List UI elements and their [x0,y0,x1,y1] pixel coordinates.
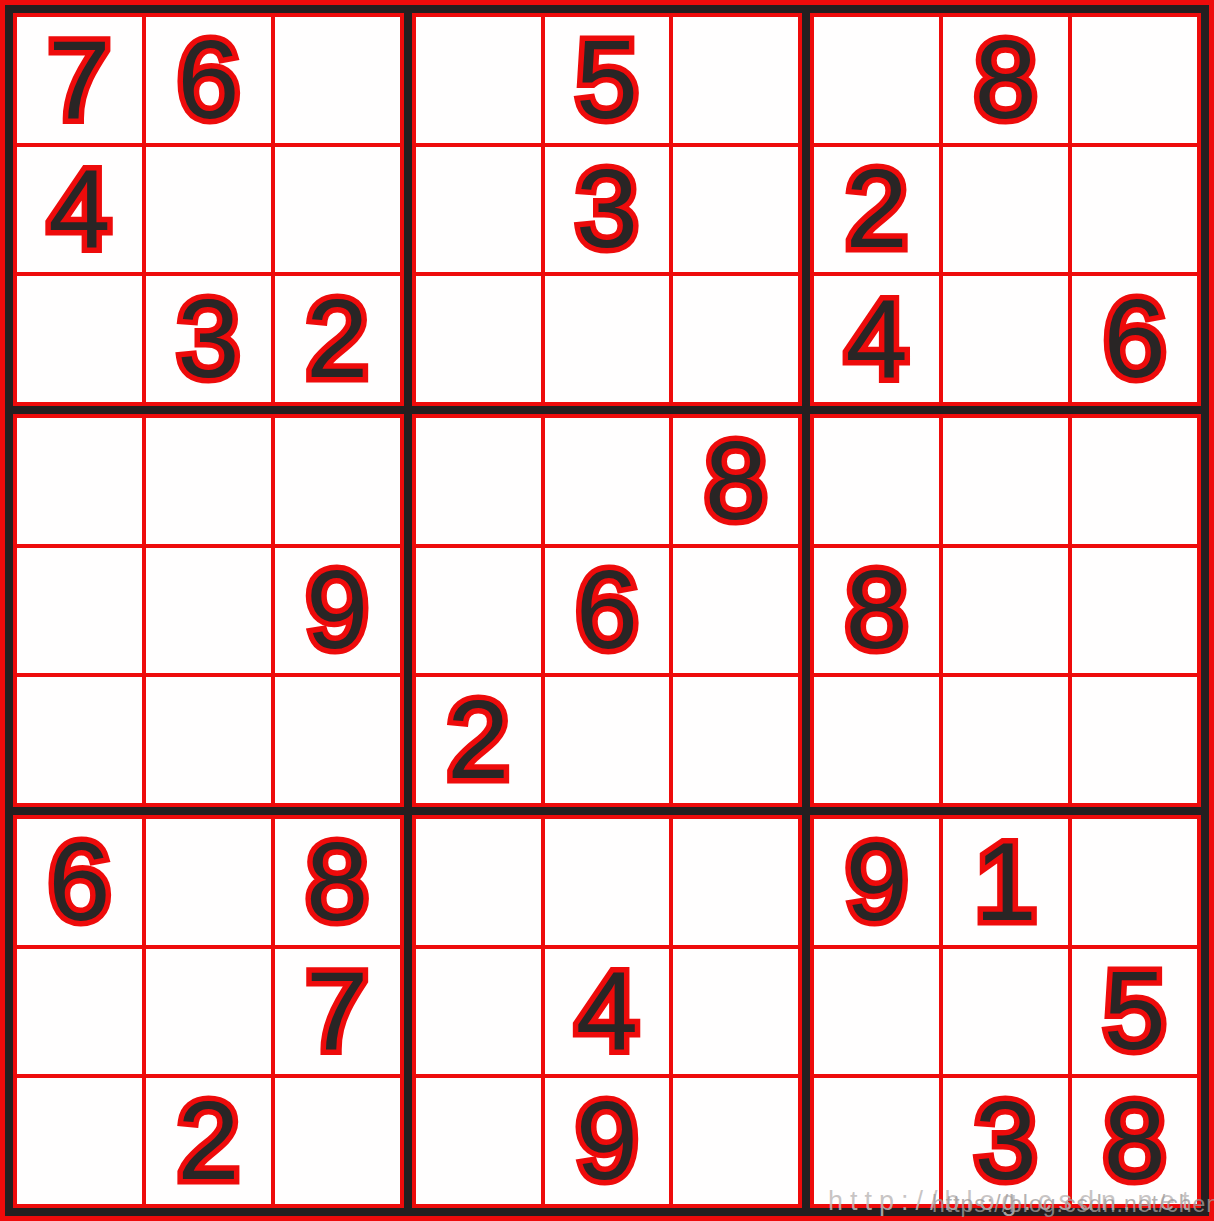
sudoku-cell-r6c1[interactable] [17,677,142,803]
digit: 6 [545,554,670,666]
sudoku-box-8: 4499 [412,815,803,1208]
sudoku-cell-r4c4[interactable] [416,418,541,544]
sudoku-cell-r3c2[interactable]: 33 [146,276,271,402]
sudoku-cell-r4c1[interactable] [17,418,142,544]
digit: 4 [545,955,670,1067]
sudoku-cell-r9c5[interactable]: 99 [545,1078,670,1204]
sudoku-cell-r5c4[interactable] [416,548,541,674]
sudoku-cell-r8c6[interactable] [673,949,798,1075]
sudoku-box-7: 66887722 [13,815,404,1208]
sudoku-cell-r9c6[interactable] [673,1078,798,1204]
sudoku-cell-r9c8[interactable]: 33 [943,1078,1068,1204]
sudoku-cell-r5c2[interactable] [146,548,271,674]
sudoku-cell-r9c9[interactable]: 88 [1072,1078,1197,1204]
digit: 1 [943,826,1068,938]
sudoku-cell-r3c9[interactable]: 66 [1072,276,1197,402]
sudoku-cell-r7c5[interactable] [545,819,670,945]
digit: 3 [146,283,271,395]
sudoku-cell-r1c7[interactable] [814,17,939,143]
sudoku-cell-r4c6[interactable]: 88 [673,418,798,544]
sudoku-cell-r6c4[interactable]: 22 [416,677,541,803]
sudoku-cell-r3c4[interactable] [416,276,541,402]
digit: 8 [814,554,939,666]
sudoku-cell-r4c2[interactable] [146,418,271,544]
sudoku-cell-r3c8[interactable] [943,276,1068,402]
sudoku-cell-r2c7[interactable]: 22 [814,147,939,273]
sudoku-cell-r4c3[interactable] [275,418,400,544]
sudoku-cell-r3c3[interactable]: 22 [275,276,400,402]
sudoku-cell-r2c6[interactable] [673,147,798,273]
sudoku-cell-r1c1[interactable]: 77 [17,17,142,143]
digit: 2 [146,1085,271,1197]
sudoku-box-3: 88224466 [810,13,1201,406]
sudoku-cell-r5c1[interactable] [17,548,142,674]
sudoku-box-2: 5533 [412,13,803,406]
sudoku-cell-r7c7[interactable]: 99 [814,819,939,945]
sudoku-cell-r2c1[interactable]: 44 [17,147,142,273]
digit: 9 [275,554,400,666]
sudoku-cell-r7c3[interactable]: 88 [275,819,400,945]
sudoku-cell-r8c4[interactable] [416,949,541,1075]
sudoku-cell-r8c9[interactable]: 55 [1072,949,1197,1075]
digit: 2 [814,153,939,265]
sudoku-cell-r5c5[interactable]: 66 [545,548,670,674]
sudoku-cell-r9c7[interactable] [814,1078,939,1204]
sudoku-box-4: 99 [13,414,404,807]
sudoku-cell-r6c7[interactable] [814,677,939,803]
sudoku-cell-r1c8[interactable]: 88 [943,17,1068,143]
sudoku-cell-r7c6[interactable] [673,819,798,945]
sudoku-cell-r5c6[interactable] [673,548,798,674]
digit: 6 [1072,283,1197,395]
sudoku-box-6: 88 [810,414,1201,807]
digit: 4 [814,283,939,395]
sudoku-cell-r7c9[interactable] [1072,819,1197,945]
sudoku-cell-r5c9[interactable] [1072,548,1197,674]
sudoku-cell-r3c6[interactable] [673,276,798,402]
sudoku-cell-r9c1[interactable] [17,1078,142,1204]
sudoku-cell-r2c2[interactable] [146,147,271,273]
digit: 8 [943,24,1068,136]
sudoku-cell-r8c5[interactable]: 44 [545,949,670,1075]
sudoku-cell-r6c2[interactable] [146,677,271,803]
sudoku-cell-r2c3[interactable] [275,147,400,273]
sudoku-board: 7766443322553388224466998866228866887722… [0,0,1214,1221]
digit: 6 [146,24,271,136]
digit: 2 [275,283,400,395]
digit: 5 [545,24,670,136]
sudoku-cell-r7c4[interactable] [416,819,541,945]
digit: 3 [545,153,670,265]
sudoku-box-9: 9911553388 [810,815,1201,1208]
digit: 5 [1072,955,1197,1067]
sudoku-cell-r2c8[interactable] [943,147,1068,273]
sudoku-cell-r1c5[interactable]: 55 [545,17,670,143]
sudoku-cell-r2c5[interactable]: 33 [545,147,670,273]
sudoku-cell-r8c2[interactable] [146,949,271,1075]
sudoku-cell-r2c4[interactable] [416,147,541,273]
sudoku-cell-r8c7[interactable] [814,949,939,1075]
sudoku-cell-r5c7[interactable]: 88 [814,548,939,674]
digit: 3 [943,1085,1068,1197]
digit: 2 [416,684,541,796]
sudoku-cell-r9c4[interactable] [416,1078,541,1204]
sudoku-cell-r1c6[interactable] [673,17,798,143]
sudoku-cell-r8c8[interactable] [943,949,1068,1075]
digit: 6 [17,826,142,938]
sudoku-cell-r1c9[interactable] [1072,17,1197,143]
sudoku-cell-r4c8[interactable] [943,418,1068,544]
sudoku-cell-r6c6[interactable] [673,677,798,803]
sudoku-box-5: 886622 [412,414,803,807]
sudoku-cell-r6c5[interactable] [545,677,670,803]
sudoku-box-1: 7766443322 [13,13,404,406]
sudoku-cell-r6c9[interactable] [1072,677,1197,803]
sudoku-cell-r4c7[interactable] [814,418,939,544]
sudoku-page: 7766443322553388224466998866228866887722… [0,0,1214,1221]
sudoku-cell-r5c8[interactable] [943,548,1068,674]
digit: 9 [545,1085,670,1197]
sudoku-cell-r8c3[interactable]: 77 [275,949,400,1075]
sudoku-cell-r7c2[interactable] [146,819,271,945]
sudoku-cell-r8c1[interactable] [17,949,142,1075]
sudoku-cell-r3c1[interactable] [17,276,142,402]
digit: 9 [814,826,939,938]
sudoku-cell-r6c8[interactable] [943,677,1068,803]
digit: 7 [17,24,142,136]
sudoku-cell-r1c2[interactable]: 66 [146,17,271,143]
sudoku-cell-r4c5[interactable] [545,418,670,544]
digit: 8 [275,826,400,938]
sudoku-cell-r5c3[interactable]: 99 [275,548,400,674]
sudoku-cell-r1c3[interactable] [275,17,400,143]
sudoku-cell-r4c9[interactable] [1072,418,1197,544]
digit: 4 [17,153,142,265]
sudoku-cell-r9c2[interactable]: 22 [146,1078,271,1204]
digit: 7 [275,955,400,1067]
sudoku-cell-r1c4[interactable] [416,17,541,143]
sudoku-cell-r3c5[interactable] [545,276,670,402]
digit: 8 [1072,1085,1197,1197]
sudoku-cell-r2c9[interactable] [1072,147,1197,273]
sudoku-cell-r7c8[interactable]: 11 [943,819,1068,945]
sudoku-cell-r3c7[interactable]: 44 [814,276,939,402]
sudoku-cell-r6c3[interactable] [275,677,400,803]
sudoku-cell-r7c1[interactable]: 66 [17,819,142,945]
sudoku-cell-r9c3[interactable] [275,1078,400,1204]
digit: 8 [673,425,798,537]
